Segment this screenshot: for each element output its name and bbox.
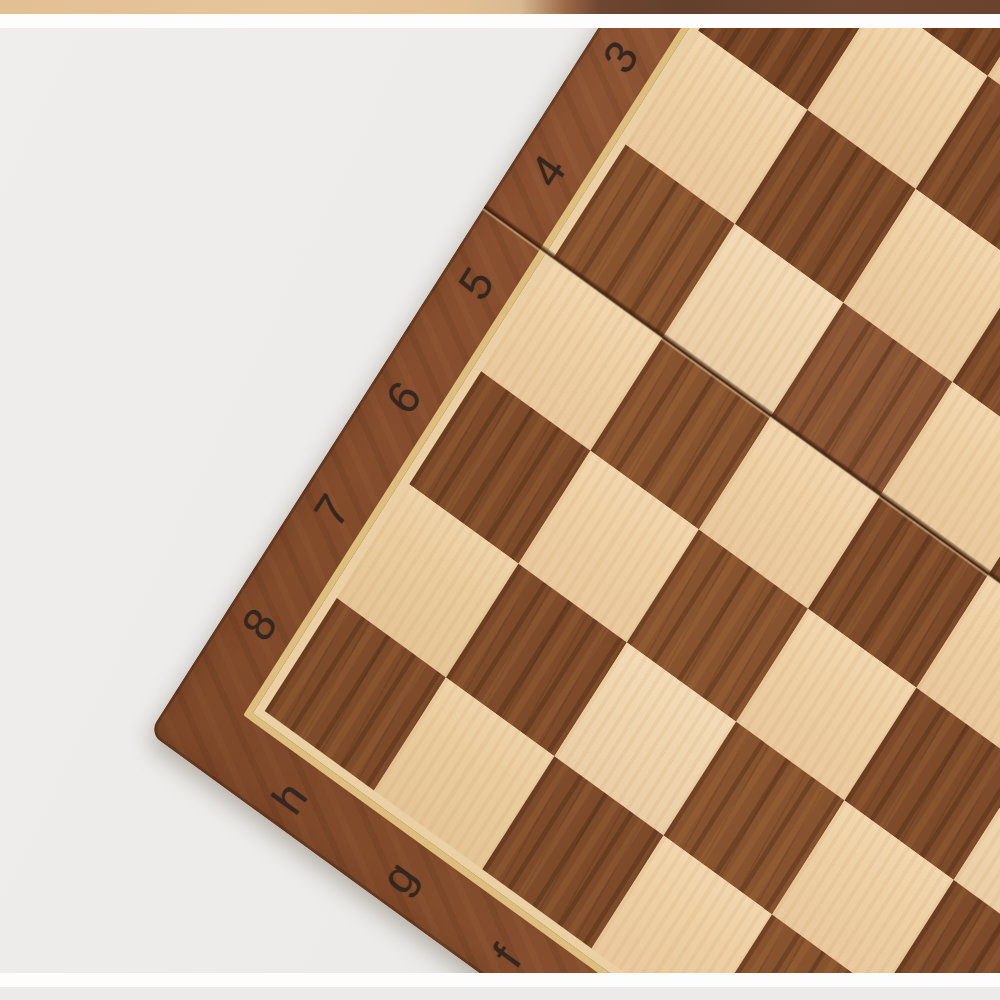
file-label-h: h [246,752,332,844]
product-photo-page: 12345678 hgfedcba [0,0,1000,1000]
chessboard-photo: 12345678 hgfedcba [0,28,1000,973]
board-grid [265,28,1000,973]
file-label-g: g [355,831,441,923]
previous-photo-edge-strip [0,0,1000,14]
white-divider-top [0,14,1000,28]
white-divider-bottom [0,973,1000,987]
chess-board: 12345678 hgfedcba [149,28,1000,973]
page-background-bottom [0,987,1000,1000]
